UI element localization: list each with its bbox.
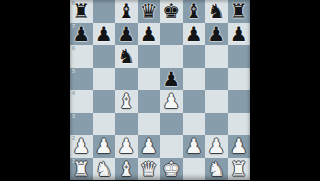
- square-b3: [93, 113, 116, 136]
- square-h8: ♜: [228, 0, 251, 23]
- piece-white-pawn-e4: ♟: [160, 90, 183, 113]
- square-h6: [228, 45, 251, 68]
- square-a4: 4: [70, 90, 93, 113]
- piece-white-pawn-a2: ♟: [70, 135, 93, 158]
- video-frame: 8♜♝♛♚♝♞♜7♟♟♟♟♟♟♟6♞5♟4♝♟32♟♟♟♟♟♟♟1♜♞♝♛♚♞♜: [0, 0, 320, 180]
- square-g3: [205, 113, 228, 136]
- square-h5: [228, 68, 251, 91]
- letterbox-bar-left: [0, 0, 70, 180]
- piece-white-queen-d1: ♛: [138, 158, 161, 181]
- square-g1: ♞: [205, 158, 228, 181]
- piece-black-rook-a8: ♜: [70, 0, 93, 23]
- square-a1: 1♜: [70, 158, 93, 181]
- square-c7: ♟: [115, 23, 138, 46]
- square-b8: [93, 0, 116, 23]
- square-f8: ♝: [183, 0, 206, 23]
- square-e1: ♚: [160, 158, 183, 181]
- piece-black-pawn-g7: ♟: [205, 23, 228, 46]
- square-g4: [205, 90, 228, 113]
- square-f7: ♟: [183, 23, 206, 46]
- square-b5: [93, 68, 116, 91]
- square-d2: ♟: [138, 135, 161, 158]
- square-c2: ♟: [115, 135, 138, 158]
- piece-black-pawn-b7: ♟: [93, 23, 116, 46]
- square-a7: 7♟: [70, 23, 93, 46]
- square-d1: ♛: [138, 158, 161, 181]
- square-e3: [160, 113, 183, 136]
- piece-white-pawn-c2: ♟: [115, 135, 138, 158]
- square-e7: [160, 23, 183, 46]
- square-c5: [115, 68, 138, 91]
- square-e6: [160, 45, 183, 68]
- piece-white-pawn-h2: ♟: [228, 135, 251, 158]
- square-c4: ♝: [115, 90, 138, 113]
- square-a6: 6: [70, 45, 93, 68]
- piece-white-pawn-g2: ♟: [205, 135, 228, 158]
- square-g8: ♞: [205, 0, 228, 23]
- rank-label-3: 3: [72, 113, 76, 120]
- piece-black-pawn-h7: ♟: [228, 23, 251, 46]
- square-b1: ♞: [93, 158, 116, 181]
- square-b7: ♟: [93, 23, 116, 46]
- square-g5: [205, 68, 228, 91]
- square-h4: [228, 90, 251, 113]
- square-f6: [183, 45, 206, 68]
- square-g6: [205, 45, 228, 68]
- square-e5: ♟: [160, 68, 183, 91]
- square-d6: [138, 45, 161, 68]
- square-f1: [183, 158, 206, 181]
- square-a2: 2♟: [70, 135, 93, 158]
- piece-white-knight-b1: ♞: [93, 158, 116, 181]
- square-h3: [228, 113, 251, 136]
- square-c8: ♝: [115, 0, 138, 23]
- piece-black-pawn-e5: ♟: [160, 68, 183, 91]
- piece-white-king-e1: ♚: [160, 158, 183, 181]
- chess-board: 8♜♝♛♚♝♞♜7♟♟♟♟♟♟♟6♞5♟4♝♟32♟♟♟♟♟♟♟1♜♞♝♛♚♞♜: [70, 0, 250, 180]
- rank-label-5: 5: [72, 68, 76, 75]
- piece-black-pawn-f7: ♟: [183, 23, 206, 46]
- piece-white-pawn-f2: ♟: [183, 135, 206, 158]
- rank-label-4: 4: [72, 90, 76, 97]
- square-a5: 5: [70, 68, 93, 91]
- square-d5: [138, 68, 161, 91]
- piece-white-pawn-d2: ♟: [138, 135, 161, 158]
- piece-white-knight-g1: ♞: [205, 158, 228, 181]
- square-g2: ♟: [205, 135, 228, 158]
- square-e8: ♚: [160, 0, 183, 23]
- piece-black-pawn-d7: ♟: [138, 23, 161, 46]
- square-e2: [160, 135, 183, 158]
- square-c1: ♝: [115, 158, 138, 181]
- piece-white-rook-a1: ♜: [70, 158, 93, 181]
- letterbox-bar-right: [250, 0, 320, 180]
- square-b2: ♟: [93, 135, 116, 158]
- square-d8: ♛: [138, 0, 161, 23]
- square-f3: [183, 113, 206, 136]
- piece-black-queen-d8: ♛: [138, 0, 161, 23]
- piece-black-rook-h8: ♜: [228, 0, 251, 23]
- square-a8: 8♜: [70, 0, 93, 23]
- square-g7: ♟: [205, 23, 228, 46]
- square-f5: [183, 68, 206, 91]
- piece-black-pawn-a7: ♟: [70, 23, 93, 46]
- square-c3: [115, 113, 138, 136]
- square-e4: ♟: [160, 90, 183, 113]
- square-h1: ♜: [228, 158, 251, 181]
- piece-black-bishop-c8: ♝: [115, 0, 138, 23]
- piece-white-bishop-c4: ♝: [115, 90, 138, 113]
- square-b4: [93, 90, 116, 113]
- piece-white-rook-h1: ♜: [228, 158, 251, 181]
- square-f2: ♟: [183, 135, 206, 158]
- square-a3: 3: [70, 113, 93, 136]
- rank-label-6: 6: [72, 45, 76, 52]
- square-h7: ♟: [228, 23, 251, 46]
- piece-black-bishop-f8: ♝: [183, 0, 206, 23]
- piece-white-bishop-c1: ♝: [115, 158, 138, 181]
- square-f4: [183, 90, 206, 113]
- piece-white-pawn-b2: ♟: [93, 135, 116, 158]
- piece-black-knight-g8: ♞: [205, 0, 228, 23]
- piece-black-king-e8: ♚: [160, 0, 183, 23]
- square-d3: [138, 113, 161, 136]
- piece-black-pawn-c7: ♟: [115, 23, 138, 46]
- square-b6: [93, 45, 116, 68]
- square-d4: [138, 90, 161, 113]
- square-c6: ♞: [115, 45, 138, 68]
- piece-black-knight-c6: ♞: [115, 45, 138, 68]
- square-h2: ♟: [228, 135, 251, 158]
- square-d7: ♟: [138, 23, 161, 46]
